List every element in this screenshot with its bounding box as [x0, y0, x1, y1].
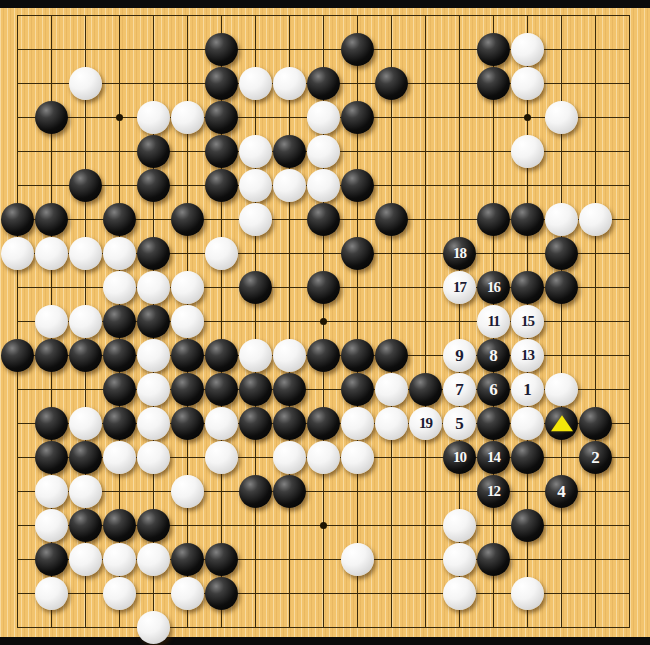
black-stone — [579, 407, 612, 440]
black-stone — [205, 101, 238, 134]
white-stone — [171, 101, 204, 134]
black-stone — [205, 33, 238, 66]
black-stone — [103, 509, 136, 542]
black-stone — [103, 305, 136, 338]
white-stone — [69, 237, 102, 270]
white-stone-move-1: 1 — [511, 373, 544, 406]
black-stone — [35, 543, 68, 576]
move-number: 9 — [455, 347, 464, 364]
star-point — [524, 114, 531, 121]
bottom-border-bar — [0, 637, 650, 645]
black-stone — [511, 509, 544, 542]
white-stone — [137, 339, 170, 372]
move-number: 6 — [489, 381, 498, 398]
white-stone — [239, 169, 272, 202]
black-stone-move-16: 16 — [477, 271, 510, 304]
move-number: 7 — [455, 381, 464, 398]
black-stone — [103, 203, 136, 236]
white-stone — [545, 203, 578, 236]
white-stone — [171, 577, 204, 610]
white-stone — [1, 237, 34, 270]
triangle-marker-icon — [551, 415, 573, 431]
black-stone — [137, 237, 170, 270]
move-number: 16 — [487, 280, 500, 295]
white-stone — [341, 407, 374, 440]
black-stone-triangle-marked — [545, 407, 578, 440]
move-number: 1 — [523, 381, 532, 398]
black-stone — [171, 373, 204, 406]
black-stone — [341, 373, 374, 406]
move-number: 12 — [487, 484, 500, 499]
white-stone — [103, 441, 136, 474]
black-stone — [477, 67, 510, 100]
white-stone — [307, 101, 340, 134]
white-stone — [137, 611, 170, 644]
black-stone — [103, 339, 136, 372]
black-stone — [137, 305, 170, 338]
black-stone-move-12: 12 — [477, 475, 510, 508]
black-stone — [239, 271, 272, 304]
white-stone — [511, 67, 544, 100]
white-stone-move-13: 13 — [511, 339, 544, 372]
white-stone — [341, 543, 374, 576]
black-stone — [137, 509, 170, 542]
black-stone — [69, 339, 102, 372]
star-point — [320, 522, 327, 529]
black-stone — [171, 203, 204, 236]
white-stone-move-17: 17 — [443, 271, 476, 304]
white-stone — [545, 101, 578, 134]
grid-line-vertical — [629, 15, 630, 628]
white-stone — [103, 271, 136, 304]
black-stone — [239, 407, 272, 440]
move-number: 10 — [453, 450, 466, 465]
black-stone — [273, 407, 306, 440]
go-board-diagram: 1817161115981376119510142124 — [0, 0, 650, 645]
white-stone — [511, 407, 544, 440]
white-stone — [579, 203, 612, 236]
white-stone — [69, 67, 102, 100]
black-stone — [511, 271, 544, 304]
black-stone — [1, 203, 34, 236]
black-stone-move-2: 2 — [579, 441, 612, 474]
white-stone — [137, 441, 170, 474]
white-stone — [239, 135, 272, 168]
black-stone — [171, 407, 204, 440]
white-stone — [273, 169, 306, 202]
black-stone-move-10: 10 — [443, 441, 476, 474]
black-stone — [341, 101, 374, 134]
black-stone — [69, 441, 102, 474]
white-stone — [375, 373, 408, 406]
white-stone — [171, 305, 204, 338]
white-stone — [239, 339, 272, 372]
black-stone — [341, 169, 374, 202]
black-stone — [511, 203, 544, 236]
black-stone — [477, 203, 510, 236]
black-stone — [375, 203, 408, 236]
black-stone — [205, 135, 238, 168]
white-stone — [205, 237, 238, 270]
black-stone — [137, 135, 170, 168]
white-stone — [137, 271, 170, 304]
white-stone — [69, 543, 102, 576]
white-stone — [239, 203, 272, 236]
white-stone-move-11: 11 — [477, 305, 510, 338]
white-stone — [511, 577, 544, 610]
white-stone — [307, 169, 340, 202]
white-stone — [205, 441, 238, 474]
white-stone — [375, 407, 408, 440]
move-number: 13 — [521, 348, 534, 363]
black-stone — [205, 67, 238, 100]
white-stone — [171, 271, 204, 304]
move-number: 4 — [557, 483, 566, 500]
star-point — [116, 114, 123, 121]
white-stone — [35, 237, 68, 270]
white-stone — [205, 407, 238, 440]
white-stone — [137, 373, 170, 406]
move-number: 2 — [591, 449, 600, 466]
black-stone — [103, 373, 136, 406]
black-stone — [35, 203, 68, 236]
white-stone — [103, 237, 136, 270]
move-number: 19 — [419, 416, 432, 431]
move-number: 18 — [453, 246, 466, 261]
black-stone — [307, 203, 340, 236]
black-stone — [137, 169, 170, 202]
white-stone — [69, 305, 102, 338]
black-stone — [477, 33, 510, 66]
white-stone — [171, 475, 204, 508]
black-stone — [273, 475, 306, 508]
black-stone-move-18: 18 — [443, 237, 476, 270]
star-point — [320, 318, 327, 325]
black-stone — [35, 441, 68, 474]
black-stone — [239, 475, 272, 508]
black-stone — [103, 407, 136, 440]
black-stone — [205, 543, 238, 576]
grid-line-vertical — [391, 15, 392, 628]
black-stone — [307, 339, 340, 372]
black-stone — [205, 373, 238, 406]
black-stone — [171, 339, 204, 372]
white-stone — [35, 577, 68, 610]
white-stone — [273, 339, 306, 372]
white-stone — [35, 475, 68, 508]
black-stone-move-14: 14 — [477, 441, 510, 474]
black-stone-move-6: 6 — [477, 373, 510, 406]
white-stone — [511, 135, 544, 168]
black-stone — [273, 135, 306, 168]
white-stone — [307, 441, 340, 474]
grid-line-vertical — [425, 15, 426, 628]
white-stone — [273, 67, 306, 100]
grid-line-vertical — [595, 15, 596, 628]
white-stone — [545, 373, 578, 406]
white-stone — [103, 543, 136, 576]
black-stone — [341, 237, 374, 270]
black-stone — [205, 577, 238, 610]
grid-line-horizontal — [17, 491, 630, 492]
black-stone — [477, 407, 510, 440]
black-stone — [69, 169, 102, 202]
black-stone — [375, 67, 408, 100]
black-stone — [239, 373, 272, 406]
grid-line-horizontal — [17, 627, 630, 628]
move-number: 5 — [455, 415, 464, 432]
black-stone — [1, 339, 34, 372]
white-stone-move-19: 19 — [409, 407, 442, 440]
white-stone — [137, 543, 170, 576]
black-stone — [69, 509, 102, 542]
black-stone — [205, 169, 238, 202]
white-stone — [103, 577, 136, 610]
black-stone — [307, 407, 340, 440]
white-stone — [511, 33, 544, 66]
white-stone — [307, 135, 340, 168]
white-stone-move-15: 15 — [511, 305, 544, 338]
white-stone — [69, 475, 102, 508]
white-stone — [443, 543, 476, 576]
black-stone — [35, 407, 68, 440]
black-stone — [307, 271, 340, 304]
white-stone — [35, 509, 68, 542]
black-stone — [171, 543, 204, 576]
white-stone — [35, 305, 68, 338]
black-stone — [273, 373, 306, 406]
white-stone — [137, 407, 170, 440]
black-stone — [35, 101, 68, 134]
move-number: 15 — [521, 314, 534, 329]
black-stone — [477, 543, 510, 576]
white-stone — [273, 441, 306, 474]
move-number: 8 — [489, 347, 498, 364]
white-stone — [69, 407, 102, 440]
white-stone-move-5: 5 — [443, 407, 476, 440]
black-stone — [375, 339, 408, 372]
black-stone — [35, 339, 68, 372]
black-stone — [307, 67, 340, 100]
black-stone — [409, 373, 442, 406]
white-stone — [239, 67, 272, 100]
white-stone — [443, 509, 476, 542]
black-stone — [545, 237, 578, 270]
white-stone-move-9: 9 — [443, 339, 476, 372]
white-stone — [443, 577, 476, 610]
black-stone — [545, 271, 578, 304]
white-stone — [341, 441, 374, 474]
white-stone — [137, 101, 170, 134]
top-border-bar — [0, 0, 650, 8]
move-number: 17 — [453, 280, 466, 295]
move-number: 11 — [487, 314, 499, 329]
move-number: 14 — [487, 450, 500, 465]
black-stone-move-4: 4 — [545, 475, 578, 508]
black-stone — [205, 339, 238, 372]
black-stone-move-8: 8 — [477, 339, 510, 372]
black-stone — [341, 339, 374, 372]
black-stone — [341, 33, 374, 66]
white-stone-move-7: 7 — [443, 373, 476, 406]
black-stone — [511, 441, 544, 474]
